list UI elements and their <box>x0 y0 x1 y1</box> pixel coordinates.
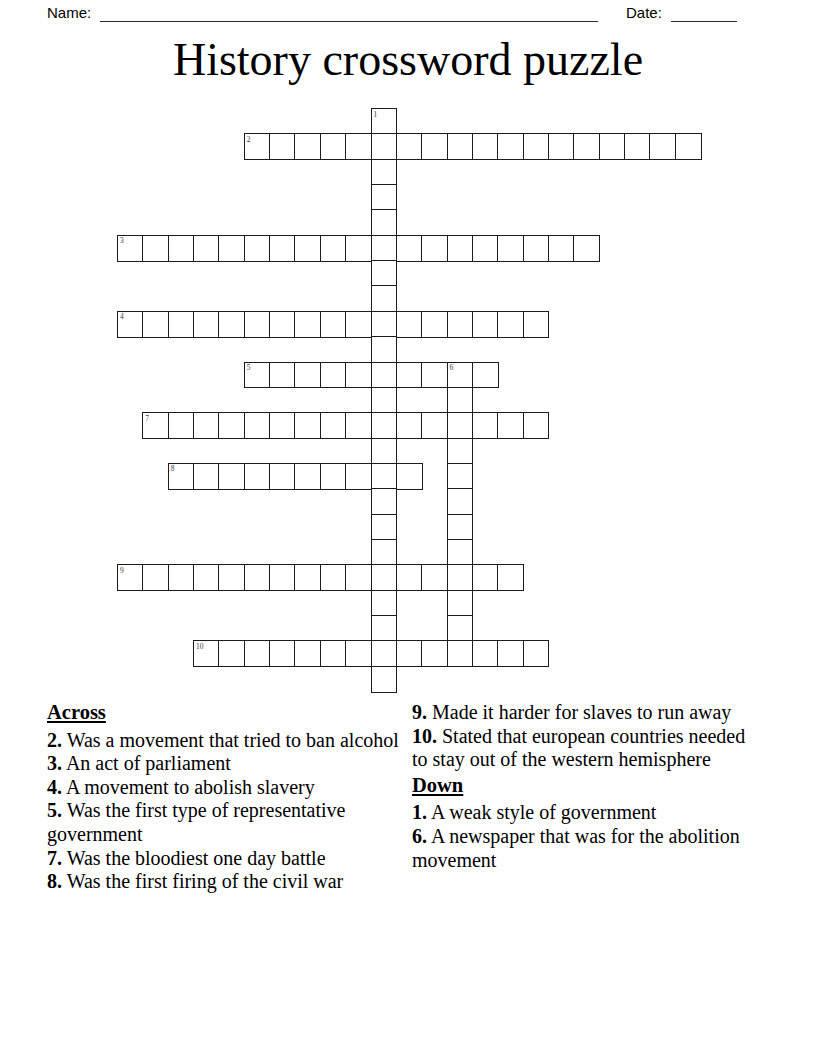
grid-cell[interactable] <box>168 235 195 262</box>
grid-cell[interactable] <box>624 133 651 160</box>
grid-cell[interactable] <box>447 640 474 667</box>
clue-item: 10. Stated that european countries neede… <box>412 725 761 772</box>
grid-cell[interactable] <box>675 133 702 160</box>
grid-cell[interactable] <box>371 488 398 515</box>
grid-cell[interactable] <box>447 539 474 566</box>
grid-cell[interactable] <box>117 311 144 338</box>
clue-item: 4. A movement to abolish slavery <box>47 776 403 800</box>
grid-cell[interactable] <box>447 590 474 617</box>
grid-cell[interactable] <box>218 640 245 667</box>
grid-cell[interactable] <box>497 133 524 160</box>
grid-cell[interactable] <box>421 362 448 389</box>
grid-cell[interactable] <box>320 311 347 338</box>
grid-cell[interactable] <box>523 235 550 262</box>
grid-cell[interactable] <box>371 539 398 566</box>
grid-cell[interactable] <box>497 640 524 667</box>
grid-cell[interactable] <box>294 311 321 338</box>
grid-cell[interactable] <box>345 133 372 160</box>
grid-cell[interactable] <box>472 412 499 439</box>
grid-cell[interactable] <box>497 235 524 262</box>
grid-cell[interactable] <box>218 463 245 490</box>
clue-item-number: 9. <box>412 701 427 723</box>
grid-cell[interactable] <box>447 514 474 541</box>
grid-cell[interactable] <box>447 235 474 262</box>
grid-cell[interactable] <box>421 640 448 667</box>
grid-cell[interactable] <box>472 564 499 591</box>
grid-cell[interactable] <box>244 311 271 338</box>
grid-cell[interactable] <box>396 412 423 439</box>
clue-item-text: A weak style of government <box>427 801 656 823</box>
clues-right-column: 9. Made it harder for slaves to run away… <box>412 701 761 872</box>
grid-cell[interactable] <box>447 463 474 490</box>
grid-cell[interactable] <box>371 640 398 667</box>
grid-cell[interactable] <box>497 311 524 338</box>
grid-cell[interactable] <box>396 311 423 338</box>
grid-cell[interactable] <box>244 564 271 591</box>
date-fill-line[interactable] <box>671 4 737 22</box>
clue-item: 7. Was the bloodiest one day battle <box>47 847 403 871</box>
clue-item-text: Stated that european countries needed to… <box>412 725 745 771</box>
grid-cell[interactable] <box>142 311 169 338</box>
down-clues-list: 1. A weak style of government6. A newspa… <box>412 801 761 872</box>
grid-cell[interactable] <box>447 133 474 160</box>
worksheet-page: Name: Date: History crossword puzzle 123… <box>0 0 816 1056</box>
clue-item-number: 4. <box>47 776 62 798</box>
grid-cell[interactable] <box>294 362 321 389</box>
grid-cell[interactable] <box>218 235 245 262</box>
grid-cell[interactable] <box>168 412 195 439</box>
grid-cell[interactable] <box>497 564 524 591</box>
across-clues-list: 2. Was a movement that tried to ban alco… <box>47 729 403 894</box>
grid-cell[interactable] <box>269 311 296 338</box>
name-fill-line[interactable] <box>100 4 598 22</box>
clue-item: 8. Was the first firing of the civil war <box>47 870 403 894</box>
grid-cell[interactable] <box>345 564 372 591</box>
grid-cell[interactable] <box>269 412 296 439</box>
across-heading: Across <box>47 701 403 725</box>
grid-cell[interactable] <box>320 133 347 160</box>
grid-cell[interactable] <box>472 235 499 262</box>
grid-cell[interactable] <box>371 108 398 135</box>
grid-cell[interactable] <box>447 564 474 591</box>
grid-cell[interactable] <box>396 564 423 591</box>
grid-cell[interactable] <box>294 235 321 262</box>
grid-cell[interactable] <box>371 412 398 439</box>
grid-cell[interactable] <box>320 564 347 591</box>
grid-cell[interactable] <box>320 362 347 389</box>
grid-cell[interactable] <box>269 564 296 591</box>
clue-item: 3. An act of parliament <box>47 752 403 776</box>
grid-cell[interactable] <box>168 564 195 591</box>
clue-item-text: An act of parliament <box>62 752 231 774</box>
grid-cell[interactable] <box>142 235 169 262</box>
grid-cell[interactable] <box>548 235 575 262</box>
clue-item: 6. A newspaper that was for the abolitio… <box>412 825 761 872</box>
name-label: Name: <box>47 4 91 21</box>
grid-cell[interactable] <box>294 412 321 439</box>
grid-cell[interactable] <box>371 666 398 693</box>
grid-cell[interactable] <box>269 133 296 160</box>
grid-cell[interactable] <box>117 235 144 262</box>
grid-cell[interactable] <box>244 235 271 262</box>
grid-cell[interactable] <box>573 133 600 160</box>
grid-cell[interactable] <box>320 235 347 262</box>
grid-cell[interactable] <box>371 514 398 541</box>
grid-cell[interactable] <box>472 640 499 667</box>
grid-cell[interactable] <box>421 564 448 591</box>
grid-cell[interactable] <box>396 362 423 389</box>
grid-cell[interactable] <box>447 615 474 642</box>
grid-cell[interactable] <box>421 412 448 439</box>
grid-cell[interactable] <box>142 412 169 439</box>
grid-cell[interactable] <box>244 362 271 389</box>
down-heading: Down <box>412 774 761 798</box>
clue-item-text: Was the first firing of the civil war <box>62 870 343 892</box>
grid-cell[interactable] <box>269 362 296 389</box>
clue-item-number: 10. <box>412 725 437 747</box>
grid-cell[interactable] <box>345 412 372 439</box>
grid-cell[interactable] <box>294 133 321 160</box>
clue-item-number: 8. <box>47 870 62 892</box>
crossword-grid: 12345678910 <box>117 108 702 693</box>
grid-cell[interactable] <box>447 412 474 439</box>
clue-item-number: 3. <box>47 752 62 774</box>
grid-cell[interactable] <box>117 564 144 591</box>
grid-cell[interactable] <box>193 412 220 439</box>
grid-cell[interactable] <box>371 260 398 287</box>
page-title: History crossword puzzle <box>0 33 816 86</box>
grid-cell[interactable] <box>447 387 474 414</box>
clues-left-column: Across 2. Was a movement that tried to b… <box>47 701 403 894</box>
grid-cell[interactable] <box>244 463 271 490</box>
grid-cell[interactable] <box>269 235 296 262</box>
grid-cell[interactable] <box>269 463 296 490</box>
grid-cell[interactable] <box>523 133 550 160</box>
grid-cell[interactable] <box>294 564 321 591</box>
grid-cell[interactable] <box>371 590 398 617</box>
grid-cell[interactable] <box>193 463 220 490</box>
grid-cell[interactable] <box>447 362 474 389</box>
grid-cell[interactable] <box>193 311 220 338</box>
grid-cell[interactable] <box>244 640 271 667</box>
clue-item-text: Was a movement that tried to ban alcohol <box>62 729 399 751</box>
clue-item-number: 6. <box>412 825 427 847</box>
grid-cell[interactable] <box>523 412 550 439</box>
grid-cell[interactable] <box>193 235 220 262</box>
clue-item-text: A newspaper that was for the abolition m… <box>412 825 740 871</box>
grid-cell[interactable] <box>218 412 245 439</box>
clue-item-number: 1. <box>412 801 427 823</box>
grid-cell[interactable] <box>244 133 271 160</box>
clue-item-text: Was the bloodiest one day battle <box>62 847 326 869</box>
clue-item-text: Was the first type of representative gov… <box>47 799 345 845</box>
grid-cell[interactable] <box>396 133 423 160</box>
grid-cell[interactable] <box>371 336 398 363</box>
grid-cell[interactable] <box>371 362 398 389</box>
grid-cell[interactable] <box>472 362 499 389</box>
grid-cell[interactable] <box>523 311 550 338</box>
clue-item-text: A movement to abolish slavery <box>62 776 315 798</box>
grid-cell[interactable] <box>320 412 347 439</box>
grid-cell[interactable] <box>472 311 499 338</box>
grid-cell[interactable] <box>371 564 398 591</box>
grid-cell[interactable] <box>472 133 499 160</box>
grid-cell[interactable] <box>193 564 220 591</box>
clue-item: 2. Was a movement that tried to ban alco… <box>47 729 403 753</box>
grid-cell[interactable] <box>320 463 347 490</box>
grid-cell[interactable] <box>396 235 423 262</box>
grid-cell[interactable] <box>396 640 423 667</box>
grid-cell[interactable] <box>421 311 448 338</box>
clue-item: 1. A weak style of government <box>412 801 761 825</box>
grid-cell[interactable] <box>421 133 448 160</box>
grid-cell[interactable] <box>193 640 220 667</box>
grid-cell[interactable] <box>371 209 398 236</box>
grid-cell[interactable] <box>371 184 398 211</box>
grid-cell[interactable] <box>371 463 398 490</box>
grid-cell[interactable] <box>345 311 372 338</box>
clue-item: 9. Made it harder for slaves to run away <box>412 701 761 725</box>
grid-cell[interactable] <box>345 640 372 667</box>
grid-cell[interactable] <box>573 235 600 262</box>
grid-cell[interactable] <box>447 488 474 515</box>
grid-cell[interactable] <box>599 133 626 160</box>
grid-cell[interactable] <box>294 463 321 490</box>
grid-cell[interactable] <box>371 311 398 338</box>
grid-cell[interactable] <box>371 285 398 312</box>
grid-cell[interactable] <box>345 362 372 389</box>
clue-item: 5. Was the first type of representative … <box>47 799 403 846</box>
grid-cell[interactable] <box>244 412 271 439</box>
grid-cell[interactable] <box>269 640 296 667</box>
grid-cell[interactable] <box>371 133 398 160</box>
date-label: Date: <box>626 4 662 21</box>
across-clues-list-continued: 9. Made it harder for slaves to run away… <box>412 701 761 772</box>
clue-item-number: 2. <box>47 729 62 751</box>
grid-cell[interactable] <box>320 640 347 667</box>
clue-item-number: 5. <box>47 799 62 821</box>
grid-cell[interactable] <box>371 387 398 414</box>
clue-item-number: 7. <box>47 847 62 869</box>
grid-cell[interactable] <box>345 463 372 490</box>
grid-cell[interactable] <box>396 463 423 490</box>
grid-cell[interactable] <box>497 412 524 439</box>
grid-cell[interactable] <box>447 311 474 338</box>
clue-item-text: Made it harder for slaves to run away <box>427 701 731 723</box>
grid-cell[interactable] <box>168 311 195 338</box>
grid-cell[interactable] <box>548 133 575 160</box>
grid-cell[interactable] <box>421 235 448 262</box>
grid-cell[interactable] <box>371 438 398 465</box>
grid-cell[interactable] <box>649 133 676 160</box>
grid-cell[interactable] <box>523 640 550 667</box>
grid-cell[interactable] <box>345 235 372 262</box>
grid-cell[interactable] <box>168 463 195 490</box>
grid-cell[interactable] <box>142 564 169 591</box>
grid-cell[interactable] <box>294 640 321 667</box>
grid-cell[interactable] <box>371 615 398 642</box>
grid-cell[interactable] <box>371 159 398 186</box>
grid-cell[interactable] <box>218 311 245 338</box>
grid-cell[interactable] <box>447 438 474 465</box>
grid-cell[interactable] <box>371 235 398 262</box>
grid-cell[interactable] <box>218 564 245 591</box>
